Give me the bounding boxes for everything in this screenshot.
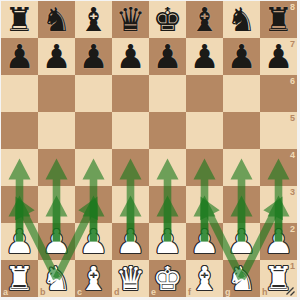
piece-white-pawn[interactable]: ♟ xyxy=(186,223,223,260)
piece-black-pawn[interactable]: ♟ xyxy=(223,38,260,75)
square-f5[interactable] xyxy=(186,112,223,149)
square-f8[interactable]: ♝ xyxy=(186,1,223,38)
square-d6[interactable] xyxy=(112,75,149,112)
piece-black-bishop[interactable]: ♝ xyxy=(186,1,223,38)
square-a1[interactable]: a♜ xyxy=(1,260,38,297)
square-b1[interactable]: b♞ xyxy=(38,260,75,297)
piece-black-rook[interactable]: ♜ xyxy=(260,1,297,38)
square-h7[interactable]: 7♟ xyxy=(260,38,297,75)
piece-white-pawn[interactable]: ♟ xyxy=(38,223,75,260)
square-d1[interactable]: d♛ xyxy=(112,260,149,297)
square-g1[interactable]: g♞ xyxy=(223,260,260,297)
square-a7[interactable]: ♟ xyxy=(1,38,38,75)
square-g5[interactable] xyxy=(223,112,260,149)
square-c6[interactable] xyxy=(75,75,112,112)
square-d7[interactable]: ♟ xyxy=(112,38,149,75)
square-c2[interactable]: ♟ xyxy=(75,223,112,260)
square-e3[interactable] xyxy=(149,186,186,223)
rank-label-3: 3 xyxy=(290,187,295,197)
piece-black-rook[interactable]: ♜ xyxy=(1,1,38,38)
square-h5[interactable]: 5 xyxy=(260,112,297,149)
square-d8[interactable]: ♛ xyxy=(112,1,149,38)
piece-black-king[interactable]: ♚ xyxy=(149,1,186,38)
square-c7[interactable]: ♟ xyxy=(75,38,112,75)
rank-label-5: 5 xyxy=(290,113,295,123)
square-h6[interactable]: 6 xyxy=(260,75,297,112)
square-h3[interactable]: 3 xyxy=(260,186,297,223)
square-e7[interactable]: ♟ xyxy=(149,38,186,75)
piece-white-bishop[interactable]: ♝ xyxy=(186,260,223,297)
piece-black-pawn[interactable]: ♟ xyxy=(38,38,75,75)
square-d3[interactable] xyxy=(112,186,149,223)
square-h8[interactable]: 8♜ xyxy=(260,1,297,38)
resize-handle-icon[interactable] xyxy=(285,286,295,296)
square-h4[interactable]: 4 xyxy=(260,149,297,186)
square-e5[interactable] xyxy=(149,112,186,149)
square-g4[interactable] xyxy=(223,149,260,186)
square-b4[interactable] xyxy=(38,149,75,186)
piece-white-pawn[interactable]: ♟ xyxy=(75,223,112,260)
square-d4[interactable] xyxy=(112,149,149,186)
square-a4[interactable] xyxy=(1,149,38,186)
square-b6[interactable] xyxy=(38,75,75,112)
piece-black-queen[interactable]: ♛ xyxy=(112,1,149,38)
piece-black-pawn[interactable]: ♟ xyxy=(186,38,223,75)
square-f1[interactable]: f♝ xyxy=(186,260,223,297)
square-c1[interactable]: c♝ xyxy=(75,260,112,297)
piece-white-pawn[interactable]: ♟ xyxy=(1,223,38,260)
square-f4[interactable] xyxy=(186,149,223,186)
piece-black-pawn[interactable]: ♟ xyxy=(1,38,38,75)
square-a5[interactable] xyxy=(1,112,38,149)
square-a3[interactable] xyxy=(1,186,38,223)
square-g2[interactable]: ♟ xyxy=(223,223,260,260)
square-f7[interactable]: ♟ xyxy=(186,38,223,75)
piece-white-queen[interactable]: ♛ xyxy=(112,260,149,297)
piece-white-king[interactable]: ♚ xyxy=(149,260,186,297)
square-f3[interactable] xyxy=(186,186,223,223)
square-c5[interactable] xyxy=(75,112,112,149)
square-c3[interactable] xyxy=(75,186,112,223)
chess-board: ♜♞♝♛♚♝♞8♜♟♟♟♟♟♟♟7♟6543♟♟♟♟♟♟♟2♟a♜b♞c♝d♛e… xyxy=(1,1,297,297)
piece-white-bishop[interactable]: ♝ xyxy=(75,260,112,297)
square-g3[interactable] xyxy=(223,186,260,223)
square-b5[interactable] xyxy=(38,112,75,149)
square-d2[interactable]: ♟ xyxy=(112,223,149,260)
piece-black-knight[interactable]: ♞ xyxy=(38,1,75,38)
piece-white-rook[interactable]: ♜ xyxy=(1,260,38,297)
square-f2[interactable]: ♟ xyxy=(186,223,223,260)
square-h2[interactable]: 2♟ xyxy=(260,223,297,260)
square-e4[interactable] xyxy=(149,149,186,186)
square-e2[interactable]: ♟ xyxy=(149,223,186,260)
square-b7[interactable]: ♟ xyxy=(38,38,75,75)
square-g6[interactable] xyxy=(223,75,260,112)
square-a6[interactable] xyxy=(1,75,38,112)
square-g7[interactable]: ♟ xyxy=(223,38,260,75)
square-f6[interactable] xyxy=(186,75,223,112)
piece-white-pawn[interactable]: ♟ xyxy=(149,223,186,260)
piece-black-pawn[interactable]: ♟ xyxy=(112,38,149,75)
square-c4[interactable] xyxy=(75,149,112,186)
piece-white-pawn[interactable]: ♟ xyxy=(260,223,297,260)
piece-black-bishop[interactable]: ♝ xyxy=(75,1,112,38)
piece-white-knight[interactable]: ♞ xyxy=(223,260,260,297)
square-a2[interactable]: ♟ xyxy=(1,223,38,260)
square-b3[interactable] xyxy=(38,186,75,223)
square-d5[interactable] xyxy=(112,112,149,149)
piece-white-pawn[interactable]: ♟ xyxy=(223,223,260,260)
square-e6[interactable] xyxy=(149,75,186,112)
rank-label-6: 6 xyxy=(290,76,295,86)
square-g8[interactable]: ♞ xyxy=(223,1,260,38)
piece-black-knight[interactable]: ♞ xyxy=(223,1,260,38)
square-e1[interactable]: e♚ xyxy=(149,260,186,297)
piece-white-pawn[interactable]: ♟ xyxy=(112,223,149,260)
square-e8[interactable]: ♚ xyxy=(149,1,186,38)
square-a8[interactable]: ♜ xyxy=(1,1,38,38)
piece-black-pawn[interactable]: ♟ xyxy=(260,38,297,75)
piece-black-pawn[interactable]: ♟ xyxy=(149,38,186,75)
piece-white-knight[interactable]: ♞ xyxy=(38,260,75,297)
square-c8[interactable]: ♝ xyxy=(75,1,112,38)
square-b2[interactable]: ♟ xyxy=(38,223,75,260)
square-b8[interactable]: ♞ xyxy=(38,1,75,38)
rank-label-4: 4 xyxy=(290,150,295,160)
piece-black-pawn[interactable]: ♟ xyxy=(75,38,112,75)
